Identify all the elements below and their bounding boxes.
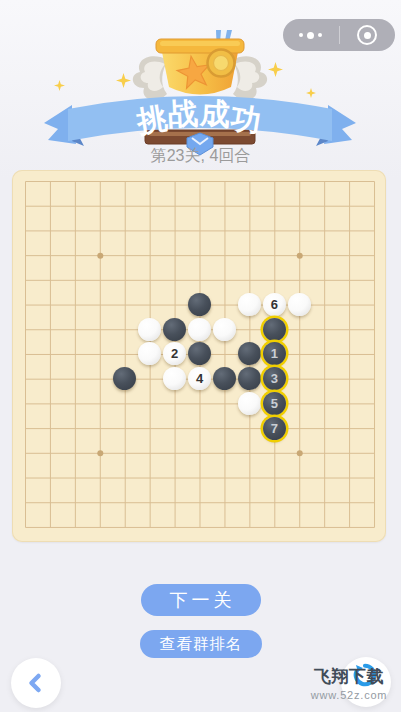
white-stone <box>238 392 261 415</box>
white-stone <box>188 318 211 341</box>
black-stone <box>263 318 286 341</box>
gomoku-board: 6214357 <box>12 170 386 542</box>
chevron-left-icon <box>24 671 48 695</box>
result-page: 挑战成功 第23关, 4回合 6214357 下一关 查看群排名 飞翔下载 ww… <box>0 0 401 712</box>
white-stone <box>213 318 236 341</box>
black-stone-move-5: 5 <box>263 392 286 415</box>
white-stone <box>238 293 261 316</box>
white-stone <box>138 318 161 341</box>
black-stone <box>213 367 236 390</box>
star-point <box>296 252 302 258</box>
white-stone <box>288 293 311 316</box>
banner-text: 挑战成功 <box>40 93 360 134</box>
level-subtitle: 第23关, 4回合 <box>0 146 401 167</box>
exit-target-icon <box>357 25 377 45</box>
group-ranking-button[interactable]: 查看群排名 <box>140 630 262 658</box>
black-stone <box>163 318 186 341</box>
star-point <box>97 252 103 258</box>
next-level-button[interactable]: 下一关 <box>141 584 261 616</box>
black-stone-move-3: 3 <box>263 367 286 390</box>
white-stone-move-6: 6 <box>263 293 286 316</box>
watermark-url: www.52z.com <box>305 689 393 701</box>
exit-button[interactable] <box>340 19 396 51</box>
black-stone <box>188 293 211 316</box>
watermark: 飞翔下载 www.52z.com <box>305 665 393 701</box>
star-point <box>97 450 103 456</box>
black-stone-move-7: 7 <box>263 417 286 440</box>
watermark-title: 飞翔下载 <box>305 665 393 688</box>
black-stone <box>238 367 261 390</box>
star-point <box>296 450 302 456</box>
back-button[interactable] <box>11 658 61 708</box>
